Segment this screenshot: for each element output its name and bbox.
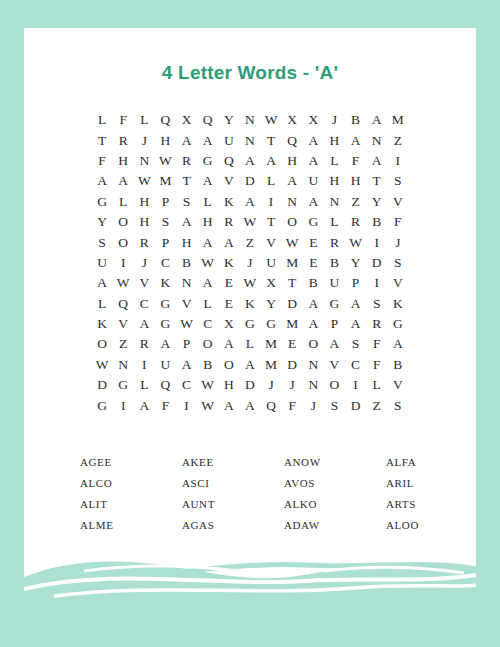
grid-cell[interactable]: Y [345, 253, 366, 273]
grid-cell[interactable]: T [261, 212, 282, 232]
word-list-item: AKEE [182, 456, 284, 477]
grid-cell[interactable]: D [239, 171, 260, 191]
grid-cell[interactable]: A [387, 334, 408, 354]
grid-cell[interactable]: H [134, 192, 155, 212]
grid-cell[interactable]: E [218, 294, 239, 314]
word-list-item: ANOW [284, 456, 386, 477]
grid-cell[interactable]: F [155, 395, 176, 415]
grid-cell[interactable]: J [324, 110, 345, 130]
grid-cell[interactable]: B [324, 253, 345, 273]
grid-cell[interactable]: L [261, 171, 282, 191]
grid-cell[interactable]: J [282, 375, 303, 395]
grid-cell[interactable]: D [92, 375, 113, 395]
grid-cell[interactable]: P [155, 232, 176, 252]
grid-cell[interactable]: H [113, 151, 134, 171]
grid-cell[interactable]: G [303, 212, 324, 232]
grid-cell[interactable]: W [282, 232, 303, 252]
word-list-item: ARTS [386, 498, 488, 519]
grid-cell[interactable]: A [92, 273, 113, 293]
grid-cell[interactable]: B [345, 110, 366, 130]
grid-cell[interactable]: L [324, 212, 345, 232]
grid-cell[interactable]: B [197, 355, 218, 375]
grid-cell[interactable]: A [303, 314, 324, 334]
grid-cell[interactable]: B [303, 273, 324, 293]
grid-cell[interactable]: H [282, 151, 303, 171]
grid-cell[interactable]: J [134, 253, 155, 273]
grid-cell[interactable]: A [176, 130, 197, 150]
grid-cell[interactable]: G [197, 151, 218, 171]
grid-cell[interactable]: C [155, 253, 176, 273]
word-list-item: ALIT [80, 498, 182, 519]
grid-cell[interactable]: L [92, 294, 113, 314]
grid-cell[interactable]: S [387, 171, 408, 191]
grid-cell[interactable]: R [366, 314, 387, 334]
grid-cell[interactable]: N [176, 273, 197, 293]
grid-cell[interactable]: H [197, 212, 218, 232]
grid-cell[interactable]: A [345, 314, 366, 334]
grid-cell[interactable]: H [345, 171, 366, 191]
grid-cell[interactable]: Q [282, 130, 303, 150]
grid-cell[interactable]: W [155, 151, 176, 171]
word-list-item: ALKO [284, 498, 386, 519]
grid-cell[interactable]: J [303, 395, 324, 415]
grid-cell[interactable]: U [261, 253, 282, 273]
grid-cell[interactable]: H [134, 212, 155, 232]
grid-cell[interactable]: Q [113, 294, 134, 314]
grid-cell[interactable]: A [303, 130, 324, 150]
grid-cell[interactable]: Y [218, 110, 239, 130]
word-list-item: ARIL [386, 477, 488, 498]
grid-cell[interactable]: M [261, 334, 282, 354]
grid-cell[interactable]: A [239, 192, 260, 212]
grid-cell[interactable]: Q [218, 151, 239, 171]
grid-cell[interactable]: A [345, 294, 366, 314]
grid-cell[interactable]: W [197, 375, 218, 395]
grid-cell[interactable]: N [324, 192, 345, 212]
grid-cell[interactable]: G [324, 294, 345, 314]
grid-cell[interactable]: S [366, 294, 387, 314]
grid-cell[interactable]: W [134, 171, 155, 191]
grid-cell[interactable]: V [134, 273, 155, 293]
grid-cell[interactable]: A [197, 273, 218, 293]
grid-cell[interactable]: G [239, 314, 260, 334]
grid-cell[interactable]: L [92, 110, 113, 130]
grid-cell[interactable]: H [324, 130, 345, 150]
grid-cell[interactable]: A [218, 232, 239, 252]
grid-cell[interactable]: A [324, 334, 345, 354]
grid-cell[interactable]: L [239, 334, 260, 354]
grid-cell[interactable]: V [387, 192, 408, 212]
grid-cell[interactable]: L [134, 375, 155, 395]
grid-cell[interactable]: V [113, 314, 134, 334]
grid-cell[interactable]: X [261, 273, 282, 293]
grid-cell[interactable]: X [218, 314, 239, 334]
grid-cell[interactable]: A [366, 110, 387, 130]
grid-cell[interactable]: D [282, 355, 303, 375]
grid-cell[interactable]: I [176, 395, 197, 415]
grid-cell[interactable]: L [324, 151, 345, 171]
grid-cell[interactable]: A [176, 355, 197, 375]
grid-cell[interactable]: U [324, 273, 345, 293]
grid-cell[interactable]: A [303, 294, 324, 314]
grid-cell[interactable]: O [282, 212, 303, 232]
wave-decoration [24, 555, 476, 600]
grid-cell[interactable]: N [239, 130, 260, 150]
word-list-item: AUNT [182, 498, 284, 519]
grid-cell[interactable]: L [366, 375, 387, 395]
grid-cell[interactable]: I [366, 232, 387, 252]
grid-cell[interactable]: K [218, 253, 239, 273]
grid-cell[interactable]: N [366, 130, 387, 150]
grid-cell[interactable]: I [366, 273, 387, 293]
grid-cell[interactable]: R [218, 212, 239, 232]
grid-cell[interactable]: L [197, 294, 218, 314]
word-list: AGEEAKEEANOWALFAALCOASCIAVOSARILALITAUNT… [80, 456, 476, 540]
grid-cell[interactable]: J [261, 375, 282, 395]
grid-cell[interactable]: Y [92, 212, 113, 232]
grid-cell[interactable]: O [92, 334, 113, 354]
grid-cell[interactable]: W [197, 253, 218, 273]
grid-cell[interactable]: A [218, 395, 239, 415]
grid-cell[interactable]: F [113, 110, 134, 130]
grid-cell[interactable]: D [282, 294, 303, 314]
grid-cell[interactable]: Y [261, 294, 282, 314]
grid-cell[interactable]: X [303, 110, 324, 130]
grid-cell[interactable]: H [324, 171, 345, 191]
grid-cell[interactable]: Q [197, 110, 218, 130]
grid-cell[interactable]: E [303, 232, 324, 252]
grid-cell[interactable]: D [239, 375, 260, 395]
grid-cell[interactable]: M [282, 314, 303, 334]
grid-cell[interactable]: L [113, 192, 134, 212]
grid-cell[interactable]: R [324, 232, 345, 252]
grid-cell[interactable]: T [92, 130, 113, 150]
grid-cell[interactable]: N [303, 375, 324, 395]
grid-cell[interactable]: B [387, 355, 408, 375]
grid-cell[interactable]: G [92, 395, 113, 415]
grid-cell[interactable]: M [261, 355, 282, 375]
grid-cell[interactable]: A [218, 334, 239, 354]
grid-cell[interactable]: K [155, 273, 176, 293]
grid-cell[interactable]: V [324, 355, 345, 375]
grid-cell[interactable]: G [155, 314, 176, 334]
grid-cell[interactable]: A [155, 334, 176, 354]
grid-cell[interactable]: L [134, 110, 155, 130]
grid-cell[interactable]: O [197, 334, 218, 354]
word-list-item: ALCO [80, 477, 182, 498]
grid-cell[interactable]: N [239, 110, 260, 130]
grid-cell[interactable]: I [134, 355, 155, 375]
grid-cell[interactable]: A [197, 130, 218, 150]
grid-cell[interactable]: Z [345, 192, 366, 212]
grid-cell[interactable]: K [239, 294, 260, 314]
grid-cell[interactable]: F [366, 334, 387, 354]
grid-cell[interactable]: C [345, 355, 366, 375]
puzzle-sheet: 4 Letter Words - 'A' LFLQXQYNWXXJBAMTRJH… [24, 28, 476, 600]
grid-cell[interactable]: Q [155, 375, 176, 395]
grid-cell[interactable]: I [387, 151, 408, 171]
grid-cell[interactable]: W [261, 110, 282, 130]
grid-cell[interactable]: N [303, 355, 324, 375]
grid-cell[interactable]: T [176, 171, 197, 191]
grid-cell[interactable]: A [239, 151, 260, 171]
grid-cell[interactable]: I [113, 253, 134, 273]
grid-cell[interactable]: I [261, 192, 282, 212]
grid-cell[interactable]: W [239, 273, 260, 293]
grid-cell[interactable]: A [366, 151, 387, 171]
grid-cell[interactable]: S [176, 192, 197, 212]
grid-cell[interactable]: H [218, 375, 239, 395]
grid-cell[interactable]: R [134, 232, 155, 252]
grid-cell[interactable]: S [155, 212, 176, 232]
grid-cell[interactable]: A [303, 151, 324, 171]
grid-cell[interactable]: O [303, 334, 324, 354]
grid-cell[interactable]: A [282, 171, 303, 191]
page-title: 4 Letter Words - 'A' [24, 28, 476, 85]
word-list-item: ASCI [182, 477, 284, 498]
grid-cell[interactable]: U [155, 355, 176, 375]
grid-cell[interactable]: A [176, 212, 197, 232]
grid-cell[interactable]: W [176, 314, 197, 334]
grid-cell[interactable]: W [92, 355, 113, 375]
word-list-item: AVOS [284, 477, 386, 498]
grid-cell[interactable]: S [92, 232, 113, 252]
grid-cell[interactable]: F [92, 151, 113, 171]
grid-cell[interactable]: D [345, 395, 366, 415]
grid-cell[interactable]: U [92, 253, 113, 273]
grid-cell[interactable]: R [134, 334, 155, 354]
grid-cell[interactable]: Z [387, 130, 408, 150]
grid-cell[interactable]: M [155, 171, 176, 191]
grid-cell[interactable]: N [134, 151, 155, 171]
grid-cell[interactable]: A [345, 130, 366, 150]
grid-cell[interactable]: U [303, 171, 324, 191]
grid-cell[interactable]: S [387, 253, 408, 273]
word-list-item: ALFA [386, 456, 488, 477]
grid-cell[interactable]: S [324, 395, 345, 415]
grid-cell[interactable]: V [387, 273, 408, 293]
grid-cell[interactable]: A [113, 171, 134, 191]
grid-cell[interactable]: G [155, 294, 176, 314]
grid-cell[interactable]: P [324, 314, 345, 334]
grid-cell[interactable]: J [387, 232, 408, 252]
grid-cell[interactable]: N [282, 192, 303, 212]
grid-cell[interactable]: A [134, 314, 155, 334]
grid-cell[interactable]: T [282, 273, 303, 293]
grid-cell[interactable]: F [387, 212, 408, 232]
grid-cell[interactable]: Q [261, 395, 282, 415]
grid-cell[interactable]: F [366, 355, 387, 375]
grid-cell[interactable]: M [282, 253, 303, 273]
grid-cell[interactable]: A [239, 355, 260, 375]
word-list-item: AGAS [182, 519, 284, 540]
grid-cell[interactable]: V [176, 294, 197, 314]
grid-cell[interactable]: X [282, 110, 303, 130]
grid-cell[interactable]: W [113, 273, 134, 293]
grid-cell[interactable]: Q [155, 110, 176, 130]
grid-cell[interactable]: V [261, 232, 282, 252]
grid-cell[interactable]: Z [366, 395, 387, 415]
grid-cell[interactable]: B [176, 253, 197, 273]
word-list-item: AGEE [80, 456, 182, 477]
grid-cell[interactable]: K [92, 314, 113, 334]
grid-cell[interactable]: F [345, 151, 366, 171]
grid-cell[interactable]: R [113, 130, 134, 150]
grid-cell[interactable]: Z [113, 334, 134, 354]
grid-cell[interactable]: M [387, 110, 408, 130]
grid-cell[interactable]: U [218, 130, 239, 150]
grid-cell[interactable]: G [261, 314, 282, 334]
grid-cell[interactable]: A [239, 395, 260, 415]
grid-cell[interactable]: J [134, 130, 155, 150]
grid-cell[interactable]: V [218, 171, 239, 191]
grid-cell[interactable]: X [176, 110, 197, 130]
grid-cell[interactable]: E [303, 253, 324, 273]
grid-cell[interactable]: R [345, 212, 366, 232]
grid-cell[interactable]: J [239, 253, 260, 273]
grid-cell[interactable]: Z [239, 232, 260, 252]
grid-cell[interactable]: R [176, 151, 197, 171]
grid-cell[interactable]: E [282, 334, 303, 354]
grid-cell[interactable]: H [176, 232, 197, 252]
grid-cell[interactable]: T [261, 130, 282, 150]
grid-cell[interactable]: E [218, 273, 239, 293]
grid-cell[interactable]: L [197, 192, 218, 212]
grid-cell[interactable]: T [366, 171, 387, 191]
grid-cell[interactable]: W [197, 395, 218, 415]
grid-cell[interactable]: A [303, 192, 324, 212]
grid-cell[interactable]: I [113, 395, 134, 415]
grid-cell[interactable]: C [134, 294, 155, 314]
grid-cell[interactable]: D [366, 253, 387, 273]
grid-cell[interactable]: B [366, 212, 387, 232]
grid-cell[interactable]: K [387, 294, 408, 314]
grid-cell[interactable]: N [113, 355, 134, 375]
grid-cell[interactable]: O [324, 375, 345, 395]
grid-cell[interactable]: A [197, 232, 218, 252]
grid-cell[interactable]: P [345, 273, 366, 293]
grid-cell[interactable]: O [218, 355, 239, 375]
grid-cell[interactable]: W [239, 212, 260, 232]
grid-cell[interactable]: G [92, 192, 113, 212]
grid-cell[interactable]: A [92, 171, 113, 191]
word-list-item: ALME [80, 519, 182, 540]
grid-cell[interactable]: H [155, 130, 176, 150]
grid-cell[interactable]: C [176, 375, 197, 395]
grid-cell[interactable]: G [113, 375, 134, 395]
grid-cell[interactable]: F [282, 395, 303, 415]
grid-cell[interactable]: O [113, 232, 134, 252]
grid-cell[interactable]: C [197, 314, 218, 334]
grid-cell[interactable]: A [197, 171, 218, 191]
grid-cell[interactable]: V [387, 375, 408, 395]
grid-cell[interactable]: I [345, 375, 366, 395]
grid-cell[interactable]: A [261, 151, 282, 171]
grid-cell[interactable]: P [176, 334, 197, 354]
grid-cell[interactable]: Y [366, 192, 387, 212]
grid-cell[interactable]: A [134, 395, 155, 415]
word-list-item: ALOO [386, 519, 488, 540]
grid-cell[interactable]: G [387, 314, 408, 334]
grid-cell[interactable]: P [155, 192, 176, 212]
grid-cell[interactable]: S [387, 395, 408, 415]
grid-cell[interactable]: S [345, 334, 366, 354]
word-search-grid: LFLQXQYNWXXJBAMTRJHAAUNTQAHANZFHNWRGQAAH… [92, 110, 409, 416]
word-list-item: ADAW [284, 519, 386, 540]
grid-cell[interactable]: K [218, 192, 239, 212]
grid-cell[interactable]: W [345, 232, 366, 252]
worksheet-page: 4 Letter Words - 'A' LFLQXQYNWXXJBAMTRJH… [0, 0, 500, 647]
grid-cell[interactable]: O [113, 212, 134, 232]
